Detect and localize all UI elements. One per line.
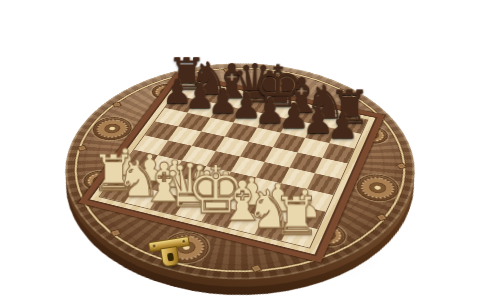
diamond-carving [113, 102, 123, 108]
rosette-carving [261, 71, 307, 97]
rosette-carving [356, 124, 390, 146]
diamond-carving [110, 229, 121, 237]
product-photo-chess-box: ♜♞♝♛♚♝♞♜♟♟♟♟♟♟♟♟♟♟♟♟♟♟♟♟♜♞♝♛♚♝♞♜ [0, 0, 480, 296]
diamond-carving [375, 214, 387, 222]
square-h5 [315, 158, 348, 179]
diamond-carving [396, 162, 407, 169]
clasp-hasp [160, 246, 180, 267]
diamond-carving [364, 113, 384, 124]
scene-stage: ♜♞♝♛♚♝♞♜♟♟♟♟♟♟♟♟♟♟♟♟♟♟♟♟♜♞♝♛♚♝♞♜ [0, 0, 480, 296]
piece-white-rook: ♜ [244, 189, 348, 242]
rosette-carving [148, 82, 183, 101]
rosette-carving [352, 171, 403, 205]
diamond-carving [172, 74, 190, 84]
square-h1: ♜ [282, 223, 318, 248]
diamond-carving [339, 90, 349, 96]
rosette-carving [86, 114, 138, 143]
diamond-carving [223, 67, 232, 72]
diamond-carving [250, 264, 262, 272]
clasp-slot [167, 253, 174, 262]
round-chess-board: ♜♞♝♛♚♝♞♜♟♟♟♟♟♟♟♟♟♟♟♟♟♟♟♟♜♞♝♛♚♝♞♜ [0, 41, 445, 296]
